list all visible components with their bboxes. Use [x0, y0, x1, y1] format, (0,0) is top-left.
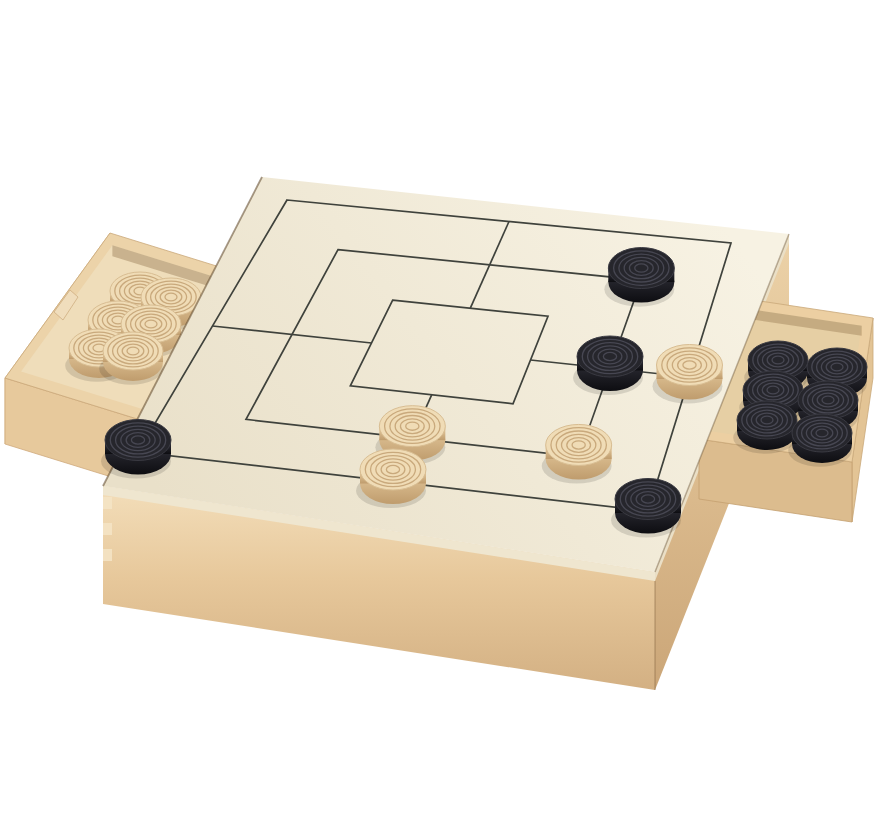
tray-piece-white-6[interactable] [99, 332, 163, 385]
dovetail-joint [103, 549, 112, 561]
piece-black-f6[interactable] [604, 248, 674, 307]
piece-black-f4[interactable] [573, 336, 643, 395]
mill-game-box-illustration [0, 0, 890, 820]
piece-white-g4[interactable] [653, 345, 723, 404]
tray-piece-black-5[interactable] [733, 401, 797, 454]
piece-black-g1[interactable] [611, 479, 681, 538]
product-photo-scene [0, 0, 890, 820]
piece-white-f2[interactable] [542, 424, 612, 483]
dovetail-joint [103, 523, 112, 535]
piece-black-a1[interactable] [101, 420, 171, 479]
tray-piece-black-6[interactable] [788, 414, 852, 467]
piece-white-d1[interactable] [356, 449, 426, 508]
dovetail-joint [103, 497, 112, 509]
